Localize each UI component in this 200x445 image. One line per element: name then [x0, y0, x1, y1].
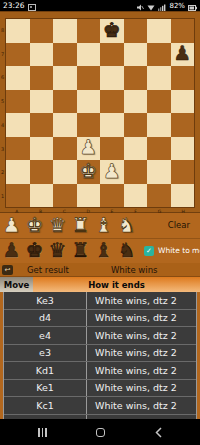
black-pawn[interactable]: ♟ — [173, 43, 191, 63]
undo-back-icon[interactable]: ↩ — [2, 265, 13, 275]
square-h1[interactable] — [171, 184, 195, 208]
square-a3[interactable] — [6, 137, 30, 161]
square-c2[interactable] — [53, 160, 77, 184]
square-h8[interactable] — [171, 19, 195, 43]
move-cell: e3 — [4, 345, 87, 362]
square-d6[interactable] — [77, 66, 101, 90]
chess-board-frame: 87654321 ♚♟♟♚♟ ABCDEFGH — [0, 11, 200, 213]
home-icon[interactable] — [96, 428, 105, 437]
ends-cell: White wins, dtz 2 — [87, 397, 196, 414]
android-nav-bar — [0, 419, 200, 445]
square-d7[interactable] — [77, 43, 101, 67]
square-f2[interactable] — [124, 160, 148, 184]
square-h2[interactable] — [171, 160, 195, 184]
move-row-Kd1[interactable]: Kd1White wins, dtz 2 — [4, 362, 196, 380]
square-e8[interactable]: ♚ — [100, 19, 124, 43]
tray-black-king[interactable]: ♚ — [23, 238, 46, 263]
square-g6[interactable] — [147, 66, 171, 90]
ends-cell: White wins, dtz 2 — [87, 345, 196, 362]
tray-white-pawn[interactable]: ♟ — [0, 213, 23, 238]
results-table-header: Move How it ends — [0, 277, 200, 292]
square-d4[interactable] — [77, 113, 101, 137]
white-piece-tray: ♟♚♛♜♝♞Clear — [0, 213, 200, 239]
status-bar: 23:26 82% — [0, 0, 200, 11]
square-b8[interactable] — [30, 19, 54, 43]
square-b5[interactable] — [30, 90, 54, 114]
move-cell: e4 — [4, 327, 87, 344]
square-g4[interactable] — [147, 113, 171, 137]
square-a2[interactable] — [6, 160, 30, 184]
square-a4[interactable] — [6, 113, 30, 137]
square-c1[interactable] — [53, 184, 77, 208]
move-cell: Ke3 — [4, 292, 87, 309]
square-f6[interactable] — [124, 66, 148, 90]
square-d3[interactable]: ♟ — [77, 137, 101, 161]
square-e3[interactable] — [100, 137, 124, 161]
square-d8[interactable] — [77, 19, 101, 43]
square-a1[interactable] — [6, 184, 30, 208]
square-h7[interactable]: ♟ — [171, 43, 195, 67]
white-king[interactable]: ♚ — [79, 161, 97, 181]
battery-percent: 82% — [169, 2, 185, 10]
black-king[interactable]: ♚ — [103, 20, 121, 40]
ends-cell: White wins, dtz 2 — [87, 362, 196, 379]
square-h5[interactable] — [171, 90, 195, 114]
square-e5[interactable] — [100, 90, 124, 114]
tablebase-app: 23:26 82% 87654321 ♚♟♟♚♟ ABCDEFGH — [0, 0, 200, 445]
square-b6[interactable] — [30, 66, 54, 90]
square-e1[interactable] — [100, 184, 124, 208]
board-grid[interactable]: ♚♟♟♚♟ — [5, 18, 195, 208]
square-c3[interactable] — [53, 137, 77, 161]
square-h4[interactable] — [171, 113, 195, 137]
white-pawn[interactable]: ♟ — [79, 137, 97, 157]
square-a7[interactable] — [6, 43, 30, 67]
tray-black-pawn[interactable]: ♟ — [0, 238, 23, 263]
white-to-move-label: White to move — [158, 246, 200, 255]
square-g7[interactable] — [147, 43, 171, 67]
tray-white-king[interactable]: ♚ — [23, 213, 46, 238]
ends-cell: White wins, dtz 2 — [87, 327, 196, 344]
square-e6[interactable] — [100, 66, 124, 90]
square-c7[interactable] — [53, 43, 77, 67]
results-table: Ke3White wins, dtz 2d4White wins, dtz 2e… — [3, 292, 197, 419]
action-strip: ↩ Get result White wins — [0, 263, 200, 277]
move-row-e4[interactable]: e4White wins, dtz 2 — [4, 327, 196, 345]
tray-black-bishop[interactable]: ♝ — [92, 238, 115, 263]
tray-black-rook[interactable]: ♜ — [69, 238, 92, 263]
square-g5[interactable] — [147, 90, 171, 114]
square-f3[interactable] — [124, 137, 148, 161]
square-b7[interactable] — [30, 43, 54, 67]
square-g1[interactable] — [147, 184, 171, 208]
square-e7[interactable] — [100, 43, 124, 67]
header-move-column: Move — [0, 277, 33, 292]
white-pawn[interactable]: ♟ — [103, 161, 121, 181]
clear-button[interactable]: Clear — [168, 213, 190, 238]
square-b1[interactable] — [30, 184, 54, 208]
tray-white-bishop[interactable]: ♝ — [92, 213, 115, 238]
square-h6[interactable] — [171, 66, 195, 90]
square-b2[interactable] — [30, 160, 54, 184]
square-a6[interactable] — [6, 66, 30, 90]
square-f7[interactable] — [124, 43, 148, 67]
move-row-d4[interactable]: d4White wins, dtz 2 — [4, 310, 196, 328]
square-a5[interactable] — [6, 90, 30, 114]
position-result-label: White wins — [111, 265, 158, 275]
square-a8[interactable] — [6, 19, 30, 43]
tray-white-rook[interactable]: ♜ — [69, 213, 92, 238]
tray-black-queen[interactable]: ♛ — [46, 238, 69, 263]
square-d1[interactable] — [77, 184, 101, 208]
move-row-e3[interactable]: e3White wins, dtz 2 — [4, 345, 196, 363]
ends-cell: White wins, dtz 2 — [87, 292, 196, 309]
move-row-Ke1[interactable]: Ke1White wins, dtz 2 — [4, 380, 196, 398]
get-result-button[interactable]: Get result — [27, 265, 69, 275]
tray-white-queen[interactable]: ♛ — [46, 213, 69, 238]
move-row-Ke3[interactable]: Ke3White wins, dtz 2 — [4, 292, 196, 310]
square-c5[interactable] — [53, 90, 77, 114]
recents-icon[interactable] — [38, 428, 47, 437]
white-to-move-control[interactable]: ✓ White to move — [144, 238, 200, 263]
square-b3[interactable] — [30, 137, 54, 161]
square-d5[interactable] — [77, 90, 101, 114]
move-cell: Kd1 — [4, 362, 87, 379]
square-g3[interactable] — [147, 137, 171, 161]
move-cell: Kc1 — [4, 397, 87, 414]
tray-black-knight[interactable]: ♞ — [115, 238, 138, 263]
move-cell: d4 — [4, 310, 87, 327]
square-e2[interactable]: ♟ — [100, 160, 124, 184]
square-e4[interactable] — [100, 113, 124, 137]
ends-cell: White wins, dtz 2 — [87, 380, 196, 397]
move-cell: Ke1 — [4, 380, 87, 397]
square-h3[interactable] — [171, 137, 195, 161]
tray-white-knight[interactable]: ♞ — [115, 213, 138, 238]
move-row-Kc1[interactable]: Kc1White wins, dtz 2 — [4, 397, 196, 415]
square-g2[interactable] — [147, 160, 171, 184]
square-d2[interactable]: ♚ — [77, 160, 101, 184]
square-c6[interactable] — [53, 66, 77, 90]
square-c4[interactable] — [53, 113, 77, 137]
square-g8[interactable] — [147, 19, 171, 43]
square-f1[interactable] — [124, 184, 148, 208]
square-f4[interactable] — [124, 113, 148, 137]
white-to-move-checkbox[interactable]: ✓ — [144, 246, 154, 256]
square-c8[interactable] — [53, 19, 77, 43]
square-b4[interactable] — [30, 113, 54, 137]
clock-time: 23:26 — [3, 0, 25, 11]
ends-cell: White wins, dtz 2 — [87, 310, 196, 327]
header-ends-column: How it ends — [33, 277, 200, 292]
black-piece-tray: ♟♚♛♜♝♞ ✓ White to move — [0, 238, 200, 264]
square-f5[interactable] — [124, 90, 148, 114]
square-f8[interactable] — [124, 19, 148, 43]
back-icon[interactable] — [155, 423, 162, 442]
